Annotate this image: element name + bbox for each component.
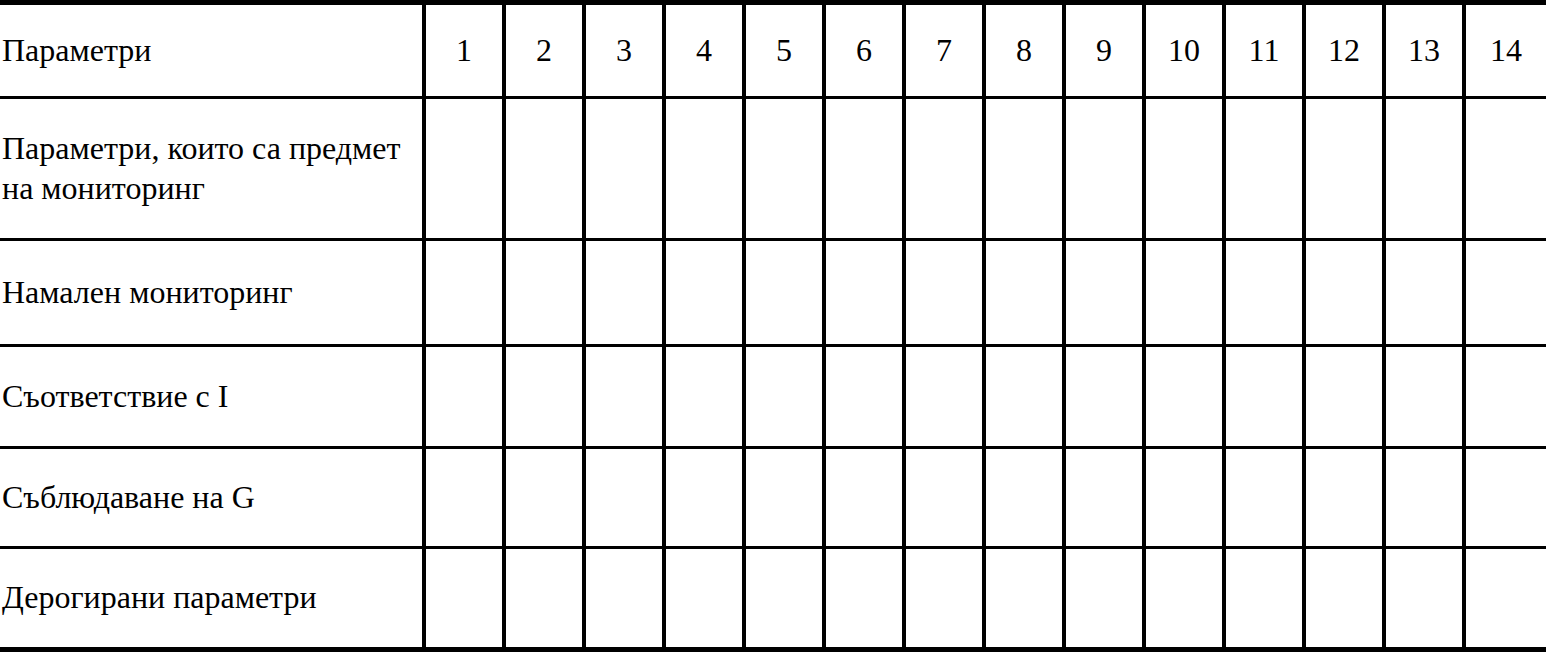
row-label-cell-compliance-with-i: Съответствие с I	[0, 347, 426, 449]
empty-cell	[986, 241, 1066, 347]
empty-cell	[906, 549, 986, 647]
empty-cell	[1066, 449, 1146, 549]
empty-cell	[426, 347, 506, 449]
empty-cell	[1226, 449, 1306, 549]
empty-cell	[666, 99, 746, 241]
column-header-8: 8	[986, 5, 1066, 99]
empty-cell	[1146, 347, 1226, 449]
empty-cell	[1146, 99, 1226, 241]
empty-cell	[1226, 347, 1306, 449]
empty-cell	[1066, 347, 1146, 449]
empty-cell	[1146, 241, 1226, 347]
empty-cell	[426, 549, 506, 647]
empty-cell	[1306, 449, 1386, 549]
empty-cell	[746, 241, 826, 347]
empty-cell	[1306, 549, 1386, 647]
empty-cell	[986, 449, 1066, 549]
empty-cell	[586, 99, 666, 241]
empty-cell	[986, 549, 1066, 647]
empty-cell	[1386, 99, 1466, 241]
empty-cell	[426, 241, 506, 347]
empty-cell	[1066, 241, 1146, 347]
empty-cell	[1386, 549, 1466, 647]
column-header-9: 9	[1066, 5, 1146, 99]
empty-cell	[586, 347, 666, 449]
empty-cell	[506, 99, 586, 241]
empty-cell	[666, 549, 746, 647]
empty-cell	[666, 449, 746, 549]
table-header-label: Параметри	[2, 31, 151, 70]
empty-cell	[1146, 449, 1226, 549]
empty-cell	[506, 347, 586, 449]
row-label: Намален мониторинг	[2, 273, 293, 312]
column-header-1: 1	[426, 5, 506, 99]
empty-cell	[906, 241, 986, 347]
empty-cell	[1306, 99, 1386, 241]
empty-cell	[906, 449, 986, 549]
empty-cell	[1066, 549, 1146, 647]
empty-cell	[1466, 99, 1546, 241]
empty-cell	[1066, 99, 1146, 241]
row-label: Дерогирани параметри	[2, 578, 317, 617]
column-header-2: 2	[506, 5, 586, 99]
column-header-5: 5	[746, 5, 826, 99]
empty-cell	[426, 449, 506, 549]
empty-cell	[426, 99, 506, 241]
empty-cell	[746, 449, 826, 549]
empty-cell	[586, 449, 666, 549]
row-label-cell-derogated-parameters: Дерогирани параметри	[0, 549, 426, 647]
empty-cell	[826, 99, 906, 241]
column-header-4: 4	[666, 5, 746, 99]
empty-cell	[906, 347, 986, 449]
monitoring-parameters-table: Параметри 1234567891011121314 Параметри,…	[0, 0, 1546, 652]
empty-cell	[1466, 241, 1546, 347]
empty-cell	[1386, 449, 1466, 549]
empty-cell	[506, 241, 586, 347]
empty-cell	[1466, 347, 1546, 449]
column-header-7: 7	[906, 5, 986, 99]
empty-cell	[1466, 549, 1546, 647]
empty-cell	[1146, 549, 1226, 647]
empty-cell	[826, 449, 906, 549]
empty-cell	[1306, 347, 1386, 449]
empty-cell	[826, 241, 906, 347]
empty-cell	[826, 347, 906, 449]
column-header-6: 6	[826, 5, 906, 99]
column-header-11: 11	[1226, 5, 1306, 99]
row-label: Съблюдаване на G	[2, 478, 255, 517]
row-label-cell-reduced-monitoring: Намален мониторинг	[0, 241, 426, 347]
empty-cell	[1466, 449, 1546, 549]
row-label-cell-observance-of-g: Съблюдаване на G	[0, 449, 426, 549]
empty-cell	[986, 99, 1066, 241]
column-header-14: 14	[1466, 5, 1546, 99]
empty-cell	[1306, 241, 1386, 347]
column-header-3: 3	[586, 5, 666, 99]
empty-cell	[666, 241, 746, 347]
empty-cell	[986, 347, 1066, 449]
empty-cell	[826, 549, 906, 647]
empty-cell	[666, 347, 746, 449]
empty-cell	[506, 449, 586, 549]
empty-cell	[1226, 549, 1306, 647]
empty-cell	[1226, 241, 1306, 347]
row-label: Параметри, които са предмет на мониторин…	[2, 129, 401, 207]
column-header-13: 13	[1386, 5, 1466, 99]
empty-cell	[1386, 241, 1466, 347]
document-page: Параметри 1234567891011121314 Параметри,…	[0, 0, 1546, 652]
column-header-12: 12	[1306, 5, 1386, 99]
empty-cell	[586, 549, 666, 647]
column-header-10: 10	[1146, 5, 1226, 99]
empty-cell	[1386, 347, 1466, 449]
empty-cell	[746, 347, 826, 449]
empty-cell	[746, 99, 826, 241]
empty-cell	[906, 99, 986, 241]
header-label-cell: Параметри	[0, 5, 426, 99]
empty-cell	[1226, 99, 1306, 241]
empty-cell	[746, 549, 826, 647]
empty-cell	[506, 549, 586, 647]
empty-cell	[586, 241, 666, 347]
row-label: Съответствие с I	[2, 377, 228, 416]
row-label-cell-monitored-parameters: Параметри, които са предмет на мониторин…	[0, 99, 426, 241]
